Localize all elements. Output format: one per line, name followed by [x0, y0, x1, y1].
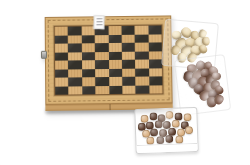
- square-e2: [109, 77, 123, 86]
- square-b3: [68, 69, 81, 78]
- square-c7: [81, 35, 94, 44]
- box-seam: [109, 104, 110, 110]
- board-field: [54, 24, 164, 95]
- square-b2: [69, 77, 82, 86]
- square-g5: [135, 51, 148, 60]
- square-e8: [108, 26, 121, 35]
- square-g6: [135, 43, 148, 52]
- square-f2: [122, 77, 136, 86]
- square-e5: [108, 51, 121, 60]
- square-h2: [149, 76, 163, 85]
- square-g2: [135, 77, 149, 86]
- square-d7: [95, 35, 108, 44]
- square-c4: [82, 60, 95, 69]
- square-f7: [121, 34, 134, 43]
- square-h3: [149, 68, 163, 77]
- square-d2: [95, 77, 108, 86]
- board-face: [45, 15, 173, 104]
- square-h5: [148, 51, 161, 60]
- square-c6: [82, 43, 95, 52]
- square-b7: [68, 35, 81, 44]
- square-f6: [122, 43, 135, 52]
- square-a4: [55, 60, 68, 69]
- latch-clasp: [41, 51, 47, 59]
- square-h7: [148, 34, 161, 43]
- square-d3: [95, 68, 108, 77]
- square-e1: [109, 85, 123, 94]
- square-c3: [82, 69, 95, 78]
- product-photo: [0, 0, 250, 165]
- square-h8: [148, 25, 161, 34]
- square-b4: [68, 60, 81, 69]
- square-c2: [82, 77, 95, 86]
- square-h4: [149, 59, 163, 68]
- chess-board: [45, 15, 173, 110]
- square-f5: [122, 51, 135, 60]
- square-a5: [55, 52, 68, 61]
- square-a2: [55, 77, 68, 86]
- square-c5: [82, 52, 95, 61]
- bag-checkers: [134, 107, 199, 154]
- square-e4: [108, 60, 121, 69]
- square-e6: [108, 43, 121, 52]
- square-e7: [108, 34, 121, 43]
- square-b1: [69, 86, 82, 95]
- square-a6: [55, 44, 68, 53]
- square-g4: [135, 60, 148, 69]
- square-g7: [135, 34, 148, 43]
- square-d4: [95, 60, 108, 69]
- square-d5: [95, 52, 108, 61]
- square-a7: [55, 35, 68, 44]
- square-d1: [95, 86, 109, 95]
- square-b8: [68, 26, 81, 35]
- square-f3: [122, 68, 135, 77]
- bag-dark-chessmen: [176, 56, 229, 113]
- square-e3: [109, 68, 122, 77]
- square-g8: [135, 26, 148, 35]
- square-a1: [55, 86, 68, 95]
- square-b6: [68, 43, 81, 52]
- square-f4: [122, 60, 135, 69]
- square-h1: [149, 85, 163, 94]
- square-a8: [55, 27, 68, 36]
- square-g1: [136, 85, 150, 94]
- square-f8: [121, 26, 134, 35]
- square-h6: [148, 42, 161, 51]
- square-g3: [135, 68, 149, 77]
- square-d6: [95, 43, 108, 52]
- square-c1: [82, 86, 95, 95]
- square-f1: [122, 85, 136, 94]
- square-b5: [68, 52, 81, 61]
- square-a3: [55, 69, 68, 78]
- barcode-sticker: [93, 15, 105, 29]
